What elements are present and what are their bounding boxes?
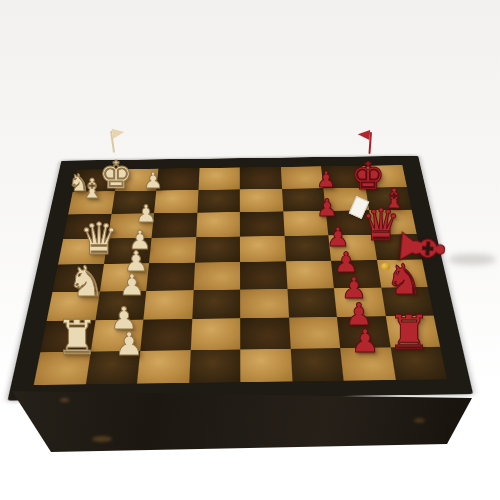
red-pawn[interactable]: ♟ [316, 196, 338, 220]
gold-sticker-dot [381, 263, 390, 270]
white-rook[interactable]: ♜ [55, 313, 98, 361]
white-bishop[interactable]: ♝ [80, 175, 104, 202]
white-pawn[interactable]: ♟ [135, 202, 157, 226]
white-pawn[interactable]: ♟ [119, 271, 145, 300]
photo-stage: ♞♝♚♛♞♜♟♟♟♟♟♟♟♚♝♛♝♞♜♟♟♟♟♟♟♟ [0, 0, 500, 500]
white-queen[interactable]: ♛ [79, 217, 118, 261]
red-pawn[interactable]: ♟ [316, 169, 336, 191]
red-rook[interactable]: ♜ [387, 308, 430, 356]
white-pawn[interactable]: ♟ [143, 170, 163, 192]
pieces-layer: ♞♝♚♛♞♜♟♟♟♟♟♟♟♚♝♛♝♞♜♟♟♟♟♟♟♟ [0, 0, 500, 500]
white-knight[interactable]: ♞ [67, 261, 105, 303]
red-pawn[interactable]: ♟ [351, 325, 380, 357]
white-pawn[interactable]: ♟ [115, 328, 144, 360]
red-king[interactable]: ♚ [351, 157, 385, 195]
red-bishop-fallen[interactable]: ♝ [390, 219, 454, 278]
